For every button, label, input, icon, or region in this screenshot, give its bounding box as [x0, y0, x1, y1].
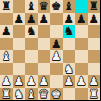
square-a2[interactable]: ♟ — [0, 75, 13, 88]
square-f4[interactable] — [63, 50, 76, 63]
black-pawn[interactable]: ♟ — [26, 13, 36, 26]
white-pawn[interactable]: ♟ — [39, 75, 49, 88]
square-e1[interactable]: ♚ — [50, 88, 63, 101]
square-f3[interactable]: ♞ — [63, 63, 76, 76]
square-b3[interactable] — [13, 63, 26, 76]
white-pawn[interactable]: ♟ — [51, 50, 61, 63]
square-c3[interactable] — [25, 63, 38, 76]
square-g2[interactable]: ♟ — [75, 75, 88, 88]
black-bishop[interactable]: ♝ — [64, 0, 74, 13]
square-a5[interactable] — [0, 38, 13, 51]
white-queen[interactable]: ♛ — [39, 88, 49, 101]
square-h4[interactable] — [88, 50, 101, 63]
square-f7[interactable]: ♟ — [63, 13, 76, 26]
square-g4[interactable] — [75, 50, 88, 63]
square-c1[interactable]: ♝ — [25, 88, 38, 101]
black-pawn[interactable]: ♟ — [76, 13, 86, 26]
white-knight[interactable]: ♞ — [14, 88, 24, 101]
black-pawn[interactable]: ♟ — [39, 13, 49, 26]
square-a3[interactable] — [0, 63, 13, 76]
white-pawn[interactable]: ♟ — [1, 75, 11, 88]
square-d1[interactable]: ♛ — [38, 88, 51, 101]
square-d7[interactable]: ♟ — [38, 13, 51, 26]
black-pawn[interactable]: ♟ — [14, 13, 24, 26]
white-pawn[interactable]: ♟ — [26, 75, 36, 88]
white-rook[interactable]: ♜ — [89, 88, 99, 101]
square-d3[interactable] — [38, 63, 51, 76]
square-f8[interactable]: ♝ — [63, 0, 76, 13]
black-rook[interactable]: ♜ — [1, 0, 11, 13]
square-g3[interactable] — [75, 63, 88, 76]
white-bishop[interactable]: ♝ — [26, 88, 36, 101]
square-a8[interactable]: ♜ — [0, 0, 13, 13]
square-b6[interactable] — [13, 25, 26, 38]
square-c8[interactable]: ♝ — [25, 0, 38, 13]
square-e4[interactable]: ♟ — [50, 50, 63, 63]
square-g1[interactable] — [75, 88, 88, 101]
square-g7[interactable]: ♟ — [75, 13, 88, 26]
chess-board: ♜♝♛♚♝♜♟♟♟♟♟♟♟♞♞♟♝♟♞♟♟♟♟♟♟♟♜♞♝♛♚♜ — [0, 0, 100, 100]
square-e6[interactable] — [50, 25, 63, 38]
square-b7[interactable]: ♟ — [13, 13, 26, 26]
square-f6[interactable]: ♞ — [63, 25, 76, 38]
square-f5[interactable] — [63, 38, 76, 51]
square-c6[interactable]: ♞ — [25, 25, 38, 38]
square-d8[interactable]: ♛ — [38, 0, 51, 13]
black-pawn[interactable]: ♟ — [64, 13, 74, 26]
black-knight[interactable]: ♞ — [64, 25, 74, 38]
square-e2[interactable] — [50, 75, 63, 88]
square-e5[interactable]: ♟ — [50, 38, 63, 51]
square-g6[interactable] — [75, 25, 88, 38]
square-e8[interactable]: ♚ — [50, 0, 63, 13]
black-knight[interactable]: ♞ — [26, 25, 36, 38]
white-pawn[interactable]: ♟ — [89, 75, 99, 88]
square-c4[interactable] — [25, 50, 38, 63]
white-knight[interactable]: ♞ — [64, 63, 74, 76]
white-king[interactable]: ♚ — [51, 88, 61, 101]
square-b4[interactable] — [13, 50, 26, 63]
black-pawn[interactable]: ♟ — [89, 13, 99, 26]
square-c5[interactable] — [25, 38, 38, 51]
square-c7[interactable]: ♟ — [25, 13, 38, 26]
black-pawn[interactable]: ♟ — [1, 25, 11, 38]
square-g8[interactable] — [75, 0, 88, 13]
square-b8[interactable] — [13, 0, 26, 13]
square-a4[interactable]: ♝ — [0, 50, 13, 63]
square-b5[interactable] — [13, 38, 26, 51]
square-h1[interactable]: ♜ — [88, 88, 101, 101]
square-a6[interactable]: ♟ — [0, 25, 13, 38]
square-g5[interactable] — [75, 38, 88, 51]
square-f1[interactable] — [63, 88, 76, 101]
white-pawn[interactable]: ♟ — [14, 75, 24, 88]
square-b2[interactable]: ♟ — [13, 75, 26, 88]
square-h3[interactable] — [88, 63, 101, 76]
white-pawn[interactable]: ♟ — [64, 75, 74, 88]
square-a7[interactable] — [0, 13, 13, 26]
square-e7[interactable] — [50, 13, 63, 26]
square-h2[interactable]: ♟ — [88, 75, 101, 88]
square-h6[interactable] — [88, 25, 101, 38]
square-b1[interactable]: ♞ — [13, 88, 26, 101]
square-d5[interactable] — [38, 38, 51, 51]
black-pawn[interactable]: ♟ — [51, 38, 61, 51]
square-d2[interactable]: ♟ — [38, 75, 51, 88]
white-pawn[interactable]: ♟ — [76, 75, 86, 88]
black-bishop[interactable]: ♝ — [26, 0, 36, 13]
square-e3[interactable] — [50, 63, 63, 76]
white-bishop[interactable]: ♝ — [1, 50, 11, 63]
black-queen[interactable]: ♛ — [39, 0, 49, 13]
square-h5[interactable] — [88, 38, 101, 51]
square-d6[interactable] — [38, 25, 51, 38]
square-h7[interactable]: ♟ — [88, 13, 101, 26]
square-f2[interactable]: ♟ — [63, 75, 76, 88]
black-rook[interactable]: ♜ — [89, 0, 99, 13]
square-a1[interactable]: ♜ — [0, 88, 13, 101]
square-h8[interactable]: ♜ — [88, 0, 101, 13]
square-d4[interactable] — [38, 50, 51, 63]
square-c2[interactable]: ♟ — [25, 75, 38, 88]
white-rook[interactable]: ♜ — [1, 88, 11, 101]
black-king[interactable]: ♚ — [51, 0, 61, 13]
